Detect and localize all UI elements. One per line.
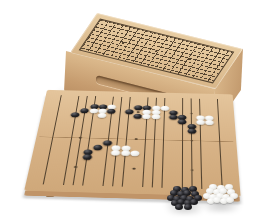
grid-cell (127, 181, 137, 187)
grid-cell (187, 129, 196, 134)
white-stone (205, 120, 214, 125)
grid-cell (134, 105, 143, 109)
product-photo-scene (0, 0, 256, 218)
pile-stone (226, 197, 234, 203)
grid-cell (130, 151, 140, 156)
grid-cell (142, 114, 151, 119)
white-stone-pile (202, 184, 240, 210)
grid-cell (118, 181, 128, 187)
grid-cell (205, 120, 214, 125)
grid-cell (107, 109, 116, 114)
go-grid (38, 95, 227, 189)
grid-cell (160, 106, 169, 110)
pile-stone (184, 204, 192, 210)
grid-cell (133, 114, 142, 119)
open-go-board (24, 90, 241, 197)
grid-cell (196, 120, 205, 125)
grid-cell (137, 182, 147, 188)
black-stone (178, 119, 187, 124)
grid-cell (178, 120, 187, 125)
grid-cell (121, 151, 131, 156)
pile-stone (190, 199, 198, 205)
board-surface (24, 90, 241, 197)
black-stone (187, 128, 196, 133)
grid-cell (111, 150, 121, 155)
white-stone (160, 106, 169, 111)
white-stone (196, 120, 205, 125)
grid-cell (151, 114, 160, 119)
grid-cell (169, 115, 178, 120)
grid-cell (108, 181, 118, 187)
grid-cell (124, 110, 133, 115)
black-stone (169, 115, 178, 120)
grid-cell (147, 182, 157, 188)
